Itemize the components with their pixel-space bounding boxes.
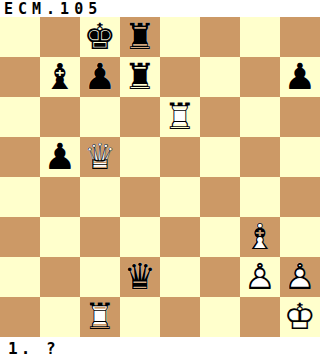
square-f3[interactable] bbox=[200, 217, 240, 257]
chess-diagram-window: ECM.105 ♚♜♝♟♜♟♜♖♟♛♕♝♗♛♟♙♟♙♜♖♚♔ 1. ? bbox=[0, 0, 320, 360]
square-b1[interactable] bbox=[40, 297, 80, 337]
square-d4[interactable] bbox=[120, 177, 160, 217]
square-e3[interactable] bbox=[160, 217, 200, 257]
square-d7[interactable]: ♜ bbox=[120, 57, 160, 97]
square-h7[interactable]: ♟ bbox=[280, 57, 320, 97]
square-f4[interactable] bbox=[200, 177, 240, 217]
black-rook-icon: ♜ bbox=[120, 17, 160, 57]
square-c5[interactable]: ♛♕ bbox=[80, 137, 120, 177]
square-c3[interactable] bbox=[80, 217, 120, 257]
square-c2[interactable] bbox=[80, 257, 120, 297]
square-c8[interactable]: ♚ bbox=[80, 17, 120, 57]
white-queen-piece[interactable]: ♛♕ bbox=[80, 137, 120, 177]
square-b2[interactable] bbox=[40, 257, 80, 297]
black-queen-icon: ♛ bbox=[120, 257, 160, 297]
square-c4[interactable] bbox=[80, 177, 120, 217]
square-g5[interactable] bbox=[240, 137, 280, 177]
square-d3[interactable] bbox=[120, 217, 160, 257]
square-f1[interactable] bbox=[200, 297, 240, 337]
square-h3[interactable] bbox=[280, 217, 320, 257]
square-e8[interactable] bbox=[160, 17, 200, 57]
square-g7[interactable] bbox=[240, 57, 280, 97]
square-h6[interactable] bbox=[280, 97, 320, 137]
black-bishop-icon: ♝ bbox=[40, 57, 80, 97]
diagram-header: ECM.105 bbox=[0, 0, 320, 17]
square-h8[interactable] bbox=[280, 17, 320, 57]
square-e7[interactable] bbox=[160, 57, 200, 97]
square-c6[interactable] bbox=[80, 97, 120, 137]
square-h1[interactable]: ♚♔ bbox=[280, 297, 320, 337]
square-b3[interactable] bbox=[40, 217, 80, 257]
white-rook-piece[interactable]: ♜♖ bbox=[80, 297, 120, 337]
square-a6[interactable] bbox=[0, 97, 40, 137]
square-f5[interactable] bbox=[200, 137, 240, 177]
black-rook-piece[interactable]: ♜ bbox=[120, 57, 160, 97]
chess-board: ♚♜♝♟♜♟♜♖♟♛♕♝♗♛♟♙♟♙♜♖♚♔ bbox=[0, 17, 320, 337]
square-d1[interactable] bbox=[120, 297, 160, 337]
square-a4[interactable] bbox=[0, 177, 40, 217]
square-e4[interactable] bbox=[160, 177, 200, 217]
square-g8[interactable] bbox=[240, 17, 280, 57]
square-a2[interactable] bbox=[0, 257, 40, 297]
square-b5[interactable]: ♟ bbox=[40, 137, 80, 177]
square-h5[interactable] bbox=[280, 137, 320, 177]
square-g1[interactable] bbox=[240, 297, 280, 337]
square-a5[interactable] bbox=[0, 137, 40, 177]
white-king-piece[interactable]: ♚♔ bbox=[280, 297, 320, 337]
square-a8[interactable] bbox=[0, 17, 40, 57]
black-pawn-piece[interactable]: ♟ bbox=[40, 137, 80, 177]
square-e1[interactable] bbox=[160, 297, 200, 337]
white-pawn-icon: ♙ bbox=[240, 257, 280, 297]
black-king-piece[interactable]: ♚ bbox=[80, 17, 120, 57]
square-b8[interactable] bbox=[40, 17, 80, 57]
black-pawn-icon: ♟ bbox=[80, 57, 120, 97]
move-prompt: 1. ? bbox=[8, 339, 59, 358]
square-d5[interactable] bbox=[120, 137, 160, 177]
black-queen-piece[interactable]: ♛ bbox=[120, 257, 160, 297]
white-rook-icon: ♖ bbox=[80, 297, 120, 337]
black-pawn-piece[interactable]: ♟ bbox=[80, 57, 120, 97]
black-rook-piece[interactable]: ♜ bbox=[120, 17, 160, 57]
diagram-label: ECM.105 bbox=[4, 0, 102, 18]
white-pawn-icon: ♙ bbox=[280, 257, 320, 297]
black-rook-icon: ♜ bbox=[120, 57, 160, 97]
white-pawn-piece[interactable]: ♟♙ bbox=[240, 257, 280, 297]
square-f8[interactable] bbox=[200, 17, 240, 57]
square-d2[interactable]: ♛ bbox=[120, 257, 160, 297]
square-b4[interactable] bbox=[40, 177, 80, 217]
square-b6[interactable] bbox=[40, 97, 80, 137]
diagram-footer: 1. ? bbox=[0, 337, 320, 360]
square-b7[interactable]: ♝ bbox=[40, 57, 80, 97]
black-bishop-piece[interactable]: ♝ bbox=[40, 57, 80, 97]
square-a1[interactable] bbox=[0, 297, 40, 337]
square-g4[interactable] bbox=[240, 177, 280, 217]
square-a7[interactable] bbox=[0, 57, 40, 97]
square-g2[interactable]: ♟♙ bbox=[240, 257, 280, 297]
square-c7[interactable]: ♟ bbox=[80, 57, 120, 97]
white-queen-icon: ♕ bbox=[80, 137, 120, 177]
white-pawn-piece[interactable]: ♟♙ bbox=[280, 257, 320, 297]
square-f6[interactable] bbox=[200, 97, 240, 137]
square-h4[interactable] bbox=[280, 177, 320, 217]
white-bishop-icon: ♗ bbox=[240, 217, 280, 257]
white-king-icon: ♔ bbox=[280, 297, 320, 337]
black-king-icon: ♚ bbox=[80, 17, 120, 57]
white-rook-piece[interactable]: ♜♖ bbox=[160, 97, 200, 137]
square-g6[interactable] bbox=[240, 97, 280, 137]
square-d6[interactable] bbox=[120, 97, 160, 137]
square-f7[interactable] bbox=[200, 57, 240, 97]
black-pawn-piece[interactable]: ♟ bbox=[280, 57, 320, 97]
square-a3[interactable] bbox=[0, 217, 40, 257]
square-d8[interactable]: ♜ bbox=[120, 17, 160, 57]
white-rook-icon: ♖ bbox=[160, 97, 200, 137]
black-pawn-icon: ♟ bbox=[40, 137, 80, 177]
square-g3[interactable]: ♝♗ bbox=[240, 217, 280, 257]
square-h2[interactable]: ♟♙ bbox=[280, 257, 320, 297]
white-bishop-piece[interactable]: ♝♗ bbox=[240, 217, 280, 257]
square-e2[interactable] bbox=[160, 257, 200, 297]
square-e6[interactable]: ♜♖ bbox=[160, 97, 200, 137]
square-e5[interactable] bbox=[160, 137, 200, 177]
black-pawn-icon: ♟ bbox=[280, 57, 320, 97]
square-f2[interactable] bbox=[200, 257, 240, 297]
square-c1[interactable]: ♜♖ bbox=[80, 297, 120, 337]
